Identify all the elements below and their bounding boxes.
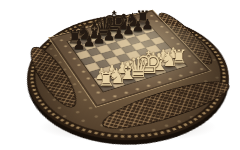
- chessboard-photo-scene: ♜♞♝♛♚♝♞♜♟♟♟♟♟♟♟♟♟♟♟♟♟♟♟♟♜♞♝♛♚♝♞♜: [0, 0, 240, 150]
- board-perspective-wrapper: [18, 0, 238, 150]
- round-carved-board: [1, 0, 240, 150]
